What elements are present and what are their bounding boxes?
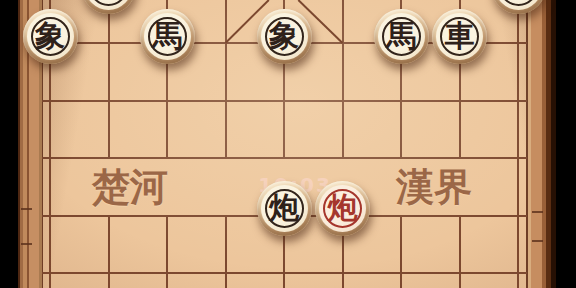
piece-black-cannon-e5[interactable]: 炮	[257, 181, 312, 236]
piece-black-chariot-h2[interactable]: 車	[432, 9, 487, 64]
piece-black-elephant-a2[interactable]: 象	[23, 9, 78, 64]
piece-glyph: 炮	[257, 181, 312, 236]
piece-black-horse-g2[interactable]: 馬	[374, 9, 429, 64]
river-label-left: 楚河	[92, 165, 174, 209]
piece-glyph: 馬	[140, 9, 195, 64]
piece-black-unknown-b1[interactable]	[81, 0, 136, 14]
piece-glyph: 馬	[374, 9, 429, 64]
piece-black-elephant-e2[interactable]: 象	[257, 9, 312, 64]
piece-glyph	[491, 0, 546, 14]
piece-black-horse-c2[interactable]: 馬	[140, 9, 195, 64]
piece-glyph: 象	[23, 9, 78, 64]
piece-glyph: 炮	[315, 181, 370, 236]
river-label-right: 漢界	[396, 165, 480, 209]
piece-glyph: 象	[257, 9, 312, 64]
piece-glyph	[81, 0, 136, 14]
piece-red-cannon-f5[interactable]: 炮	[315, 181, 370, 236]
app-screen: 楚河 漢界 10:03 象 馬	[0, 0, 576, 288]
piece-glyph: 車	[432, 9, 487, 64]
piece-black-unknown-i1[interactable]	[491, 0, 546, 14]
